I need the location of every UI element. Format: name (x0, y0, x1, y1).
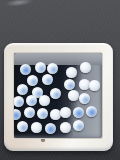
stone (27, 75, 38, 86)
stone (45, 123, 56, 134)
stone (86, 106, 97, 117)
stone (31, 122, 42, 133)
stone (47, 63, 58, 74)
gem-box (4, 43, 113, 151)
stone (60, 107, 71, 118)
stone (73, 120, 84, 131)
stone (20, 64, 31, 75)
box-recess (14, 53, 102, 138)
stone (42, 74, 53, 85)
stone (79, 79, 90, 90)
stone (17, 84, 28, 95)
stone (35, 62, 46, 73)
stones-layer (14, 53, 102, 138)
stone (26, 95, 37, 106)
stone (80, 62, 91, 73)
frame-notch (41, 139, 45, 142)
stone (39, 95, 50, 106)
stone (89, 80, 100, 91)
stone (14, 96, 24, 107)
stone (50, 109, 61, 120)
surface-scratch (5, 0, 34, 8)
stone (17, 121, 28, 132)
stone (68, 90, 79, 101)
stone (60, 122, 71, 133)
stone (79, 93, 90, 104)
stone (24, 107, 35, 118)
stone (66, 67, 77, 78)
photo-of-gem-tray (0, 0, 120, 160)
stone (14, 109, 21, 120)
stone (73, 107, 84, 118)
stone (50, 88, 61, 99)
stone (64, 79, 75, 90)
stone (37, 108, 48, 119)
